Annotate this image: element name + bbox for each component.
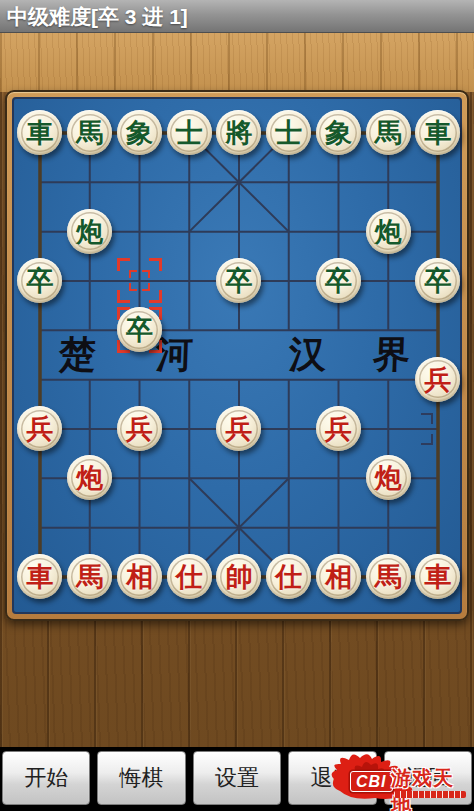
board-cell[interactable] [314, 157, 364, 206]
board-cell[interactable]: 車 [413, 108, 463, 157]
piece-glyph: 將 [225, 119, 252, 146]
piece-glyph: 卒 [126, 316, 153, 343]
piece-rR[interactable]: 車 [415, 554, 460, 599]
piece-glyph: 炮 [375, 218, 402, 245]
board-cell[interactable] [214, 305, 264, 354]
board-cell[interactable] [164, 355, 214, 404]
board-cell[interactable] [15, 355, 65, 404]
board-cell[interactable]: 兵 [314, 404, 364, 453]
piece-bA[interactable]: 士 [167, 110, 212, 155]
board-cell[interactable]: 卒 [314, 256, 364, 305]
board-cell[interactable] [363, 355, 413, 404]
piece-bC[interactable]: 炮 [366, 209, 411, 254]
board-cell[interactable] [314, 503, 364, 552]
board-cell[interactable]: 象 [314, 108, 364, 157]
board-cell[interactable]: 士 [164, 108, 214, 157]
piece-bN[interactable]: 馬 [366, 110, 411, 155]
board-cell[interactable]: 仕 [264, 552, 314, 601]
board-cell[interactable] [413, 207, 463, 256]
piece-glyph: 炮 [76, 464, 103, 491]
board-cell[interactable] [214, 157, 264, 206]
board-cell[interactable] [363, 404, 413, 453]
board-cell[interactable] [264, 305, 314, 354]
board-cell[interactable] [115, 453, 165, 502]
bottom-button-bar: 开始 悔棋 设置 退出 返回 [0, 747, 474, 811]
board-cell[interactable] [413, 453, 463, 502]
start-button[interactable]: 开始 [2, 751, 90, 805]
board-cell[interactable]: 帥 [214, 552, 264, 601]
board-cell[interactable] [115, 256, 165, 305]
piece-rB[interactable]: 相 [316, 554, 361, 599]
board-cell[interactable] [65, 157, 115, 206]
board-cell[interactable] [164, 404, 214, 453]
piece-glyph: 兵 [126, 415, 153, 442]
board-cell[interactable] [363, 157, 413, 206]
piece-rA[interactable]: 仕 [167, 554, 212, 599]
board-cell[interactable] [413, 157, 463, 206]
piece-rB[interactable]: 相 [117, 554, 162, 599]
piece-glyph: 仕 [176, 563, 203, 590]
board-cell[interactable] [65, 256, 115, 305]
piece-glyph: 兵 [325, 415, 352, 442]
piece-bB[interactable]: 象 [316, 110, 361, 155]
piece-bP[interactable]: 卒 [17, 258, 62, 303]
piece-glyph: 士 [275, 119, 302, 146]
board-cell[interactable] [65, 503, 115, 552]
board-cell[interactable]: 炮 [363, 453, 413, 502]
piece-glyph: 兵 [225, 415, 252, 442]
board-cell[interactable] [314, 207, 364, 256]
board-cell[interactable] [363, 503, 413, 552]
board-cell[interactable] [15, 157, 65, 206]
piece-rP[interactable]: 兵 [117, 406, 162, 451]
piece-glyph: 馬 [76, 119, 103, 146]
piece-glyph: 車 [424, 563, 451, 590]
board-cell[interactable] [214, 207, 264, 256]
board-cell[interactable] [15, 305, 65, 354]
piece-bP[interactable]: 卒 [415, 258, 460, 303]
piece-rP[interactable]: 兵 [316, 406, 361, 451]
piece-rN[interactable]: 馬 [67, 554, 112, 599]
board-cell[interactable]: 馬 [65, 108, 115, 157]
board-cell[interactable]: 車 [413, 552, 463, 601]
undo-move-button[interactable]: 悔棋 [97, 751, 185, 805]
board-cell[interactable] [314, 305, 364, 354]
board-cell[interactable] [413, 503, 463, 552]
board-cell[interactable]: 士 [264, 108, 314, 157]
piece-glyph: 帥 [225, 563, 252, 590]
piece-glyph: 相 [325, 563, 352, 590]
board-cell[interactable] [264, 453, 314, 502]
board-cell[interactable] [264, 355, 314, 404]
board-cell[interactable] [65, 355, 115, 404]
board-cell[interactable]: 馬 [65, 552, 115, 601]
piece-bP[interactable]: 卒 [316, 258, 361, 303]
piece-glyph: 士 [176, 119, 203, 146]
piece-glyph: 兵 [424, 366, 451, 393]
board-cell[interactable] [413, 305, 463, 354]
board-cell[interactable] [164, 157, 214, 206]
piece-glyph: 相 [126, 563, 153, 590]
piece-glyph: 車 [26, 563, 53, 590]
board-cell[interactable]: 兵 [15, 404, 65, 453]
piece-bP[interactable]: 卒 [216, 258, 261, 303]
settings-button[interactable]: 设置 [193, 751, 281, 805]
board-cell[interactable]: 車 [15, 108, 65, 157]
piece-rN[interactable]: 馬 [366, 554, 411, 599]
board-cell[interactable] [413, 404, 463, 453]
piece-glyph: 馬 [375, 563, 402, 590]
board-cell[interactable] [115, 355, 165, 404]
board-cell[interactable] [115, 503, 165, 552]
board-cell[interactable] [115, 207, 165, 256]
piece-bR[interactable]: 車 [415, 110, 460, 155]
piece-rA[interactable]: 仕 [266, 554, 311, 599]
board-cell[interactable] [264, 157, 314, 206]
board-cell[interactable]: 卒 [413, 256, 463, 305]
app-screen: 中级难度[卒 3 进 1] 楚 河 汉 界 車馬象士將士象馬車炮炮卒卒卒卒卒兵兵… [0, 0, 474, 811]
piece-bB[interactable]: 象 [117, 110, 162, 155]
board-cell[interactable]: 炮 [65, 453, 115, 502]
board-cell[interactable]: 車 [15, 552, 65, 601]
board-cell[interactable] [264, 404, 314, 453]
back-button[interactable]: 返回 [384, 751, 472, 805]
piece-bC[interactable]: 炮 [67, 209, 112, 254]
board-cell[interactable]: 象 [115, 108, 165, 157]
piece-glyph: 炮 [375, 464, 402, 491]
board-cell[interactable] [264, 207, 314, 256]
board-cell[interactable] [164, 256, 214, 305]
xiangqi-board: 楚 河 汉 界 車馬象士將士象馬車炮炮卒卒卒卒卒兵兵兵兵兵炮炮車馬相仕帥仕相馬車 [5, 90, 469, 621]
piece-rP[interactable]: 兵 [17, 406, 62, 451]
board-cell[interactable] [164, 453, 214, 502]
board-cell[interactable]: 卒 [15, 256, 65, 305]
piece-glyph: 馬 [76, 563, 103, 590]
board-cell[interactable]: 兵 [115, 404, 165, 453]
piece-glyph: 兵 [26, 415, 53, 442]
board-cell[interactable] [164, 503, 214, 552]
piece-glyph: 卒 [26, 267, 53, 294]
piece-rR[interactable]: 車 [17, 554, 62, 599]
piece-glyph: 象 [325, 119, 352, 146]
board-cell[interactable] [65, 305, 115, 354]
board-cell[interactable] [264, 256, 314, 305]
piece-rP[interactable]: 兵 [216, 406, 261, 451]
piece-glyph: 車 [26, 119, 53, 146]
piece-bK[interactable]: 將 [216, 110, 261, 155]
board-cell[interactable] [314, 453, 364, 502]
board-cell[interactable] [363, 256, 413, 305]
board-cell[interactable] [164, 305, 214, 354]
board-cell[interactable] [15, 503, 65, 552]
board-cell[interactable]: 馬 [363, 552, 413, 601]
board-cell[interactable]: 炮 [363, 207, 413, 256]
piece-glyph: 卒 [225, 267, 252, 294]
last-move-marker [117, 258, 163, 303]
piece-glyph: 車 [424, 119, 451, 146]
board-cell[interactable]: 兵 [413, 355, 463, 404]
board-cell[interactable] [115, 157, 165, 206]
piece-bA[interactable]: 士 [266, 110, 311, 155]
board-cell[interactable] [314, 355, 364, 404]
title-bar: 中级难度[卒 3 进 1] [0, 0, 474, 33]
board-cell[interactable]: 卒 [214, 256, 264, 305]
board-cell[interactable]: 相 [314, 552, 364, 601]
piece-glyph: 卒 [424, 267, 451, 294]
piece-bR[interactable]: 車 [17, 110, 62, 155]
piece-rP[interactable]: 兵 [415, 357, 460, 402]
board-cell[interactable]: 馬 [363, 108, 413, 157]
board-cell[interactable] [15, 207, 65, 256]
board-cell[interactable]: 兵 [214, 404, 264, 453]
board-cell[interactable] [65, 404, 115, 453]
board-cell[interactable] [214, 355, 264, 404]
board-cell[interactable]: 卒 [115, 305, 165, 354]
board-cell[interactable]: 仕 [164, 552, 214, 601]
piece-rC[interactable]: 炮 [67, 455, 112, 500]
board-cell[interactable] [15, 453, 65, 502]
piece-glyph: 卒 [325, 267, 352, 294]
piece-bN[interactable]: 馬 [67, 110, 112, 155]
piece-rK[interactable]: 帥 [216, 554, 261, 599]
board-cell[interactable] [164, 207, 214, 256]
board-cell[interactable]: 相 [115, 552, 165, 601]
piece-glyph: 仕 [275, 563, 302, 590]
board-cell[interactable] [214, 503, 264, 552]
board-grid: 車馬象士將士象馬車炮炮卒卒卒卒卒兵兵兵兵兵炮炮車馬相仕帥仕相馬車 [15, 108, 463, 601]
exit-button[interactable]: 退出 [288, 751, 376, 805]
piece-rC[interactable]: 炮 [366, 455, 411, 500]
board-cell[interactable] [264, 503, 314, 552]
page-title: 中级难度[卒 3 进 1] [7, 5, 188, 28]
wood-background-top [0, 33, 474, 92]
board-cell[interactable]: 將 [214, 108, 264, 157]
board-cell[interactable] [363, 305, 413, 354]
board-cell[interactable]: 炮 [65, 207, 115, 256]
piece-glyph: 象 [126, 119, 153, 146]
board-cell[interactable] [214, 453, 264, 502]
piece-glyph: 馬 [375, 119, 402, 146]
piece-glyph: 炮 [76, 218, 103, 245]
